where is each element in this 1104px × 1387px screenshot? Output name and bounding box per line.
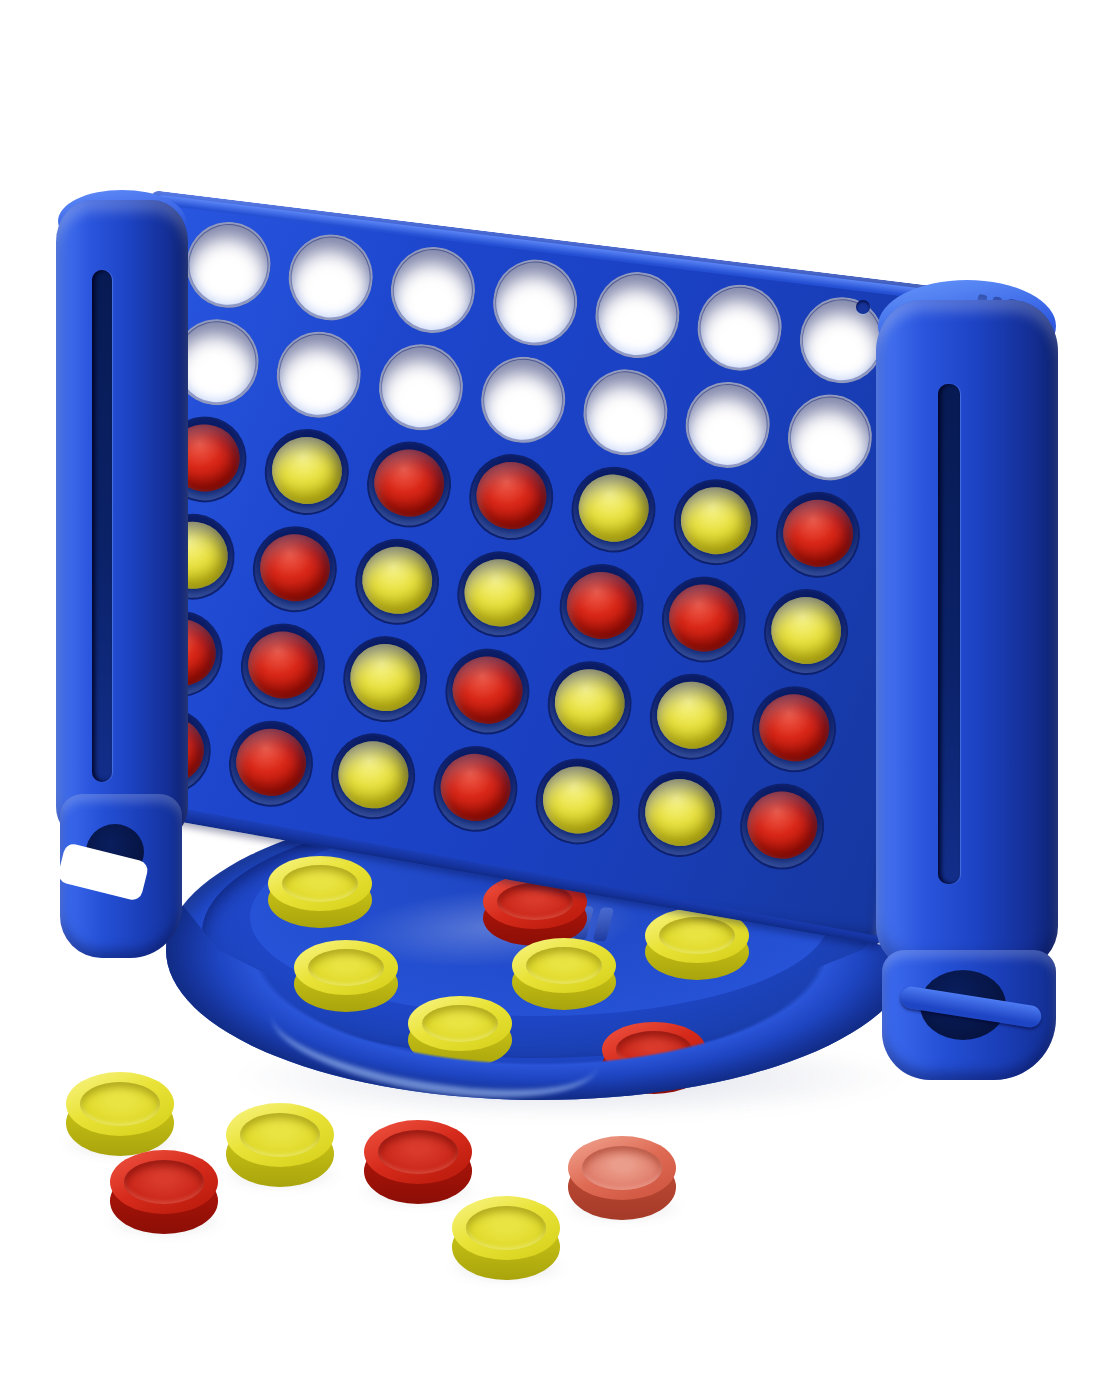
- empty-hole: [578, 364, 672, 460]
- yellow-disc-hole: [759, 584, 853, 680]
- yellow-disc: [268, 433, 346, 508]
- board-grid: [111, 210, 898, 881]
- cell-r5c7: [736, 674, 850, 784]
- yellow-disc: [268, 856, 372, 928]
- right-pillar-slot: [938, 384, 960, 884]
- empty-hole: [782, 390, 876, 486]
- empty-hole: [476, 352, 570, 448]
- cell-r5c4: [430, 637, 544, 747]
- empty-hole: [488, 255, 582, 351]
- cell-r1c4: [478, 248, 592, 358]
- red-disc: [256, 530, 334, 605]
- hole-ring: [274, 329, 363, 420]
- red-disc-hole: [440, 644, 534, 740]
- yellow-disc-in: [282, 865, 359, 902]
- cell-r2c4: [466, 345, 580, 455]
- yellow-disc-hole: [350, 534, 444, 630]
- cell-r6c2: [213, 709, 327, 819]
- yellow-disc-hole: [530, 754, 624, 850]
- cell-r3c7: [760, 480, 874, 590]
- yellow-disc-in: [240, 1113, 320, 1157]
- red-disc: [562, 568, 640, 643]
- empty-hole: [680, 377, 774, 473]
- red-disc: [436, 750, 514, 825]
- cell-r1c3: [375, 235, 489, 345]
- yellow-disc: [334, 737, 412, 812]
- red-disc-in: [378, 1130, 458, 1174]
- cell-r1c2: [273, 222, 387, 332]
- yellow-disc: [452, 1196, 560, 1280]
- cell-r6c3: [316, 721, 430, 831]
- red-disc: [448, 653, 526, 728]
- empty-hole: [385, 242, 479, 338]
- yellow-disc-in: [526, 947, 603, 984]
- red-disc: [370, 445, 448, 520]
- cell-r4c3: [339, 527, 453, 637]
- cell-r5c6: [634, 662, 748, 772]
- yellow-disc-hole: [566, 462, 660, 558]
- empty-hole: [374, 339, 468, 435]
- red-disc-hole: [428, 741, 522, 837]
- empty-hole: [271, 327, 365, 423]
- left-pillar-slot: [92, 270, 112, 782]
- empty-hole: [283, 230, 377, 326]
- cell-r6c7: [725, 772, 839, 882]
- yellow-disc: [358, 543, 436, 618]
- yellow-disc: [653, 678, 731, 753]
- scene: [0, 0, 1104, 1387]
- right-pillar: [876, 300, 1058, 968]
- red-disc: [364, 1120, 472, 1204]
- empty-hole: [590, 267, 684, 363]
- empty-hole: [794, 292, 888, 388]
- yellow-disc-in: [466, 1206, 546, 1250]
- hole-ring: [785, 392, 874, 483]
- red-disc-in: [124, 1160, 204, 1204]
- yellow-disc-hole: [259, 424, 353, 520]
- cell-r3c2: [249, 417, 363, 527]
- cell-r4c7: [748, 577, 862, 687]
- yellow-disc: [767, 593, 845, 668]
- red-disc-hole: [656, 572, 750, 668]
- yellow-disc-in: [659, 917, 736, 954]
- yellow-disc: [460, 555, 538, 630]
- cell-r4c2: [237, 514, 351, 624]
- cell-r5c5: [532, 649, 646, 759]
- hole-ring: [580, 367, 669, 458]
- cell-r4c5: [544, 552, 658, 662]
- empty-hole: [181, 217, 275, 313]
- yellow-disc-hole: [542, 656, 636, 752]
- red-disc-hole: [771, 487, 865, 583]
- hole-ring: [797, 295, 886, 386]
- red-disc: [665, 580, 743, 655]
- cell-r5c3: [328, 624, 442, 734]
- red-disc-hole: [747, 681, 841, 777]
- yellow-disc-hole: [452, 546, 546, 642]
- hole-ring: [592, 269, 681, 360]
- right-pillar-foot: [882, 950, 1056, 1080]
- cell-r3c5: [556, 455, 670, 565]
- red-disc-hole: [554, 559, 648, 655]
- red-disc-hole: [362, 437, 456, 533]
- yellow-disc: [539, 762, 617, 837]
- yellow-disc-in: [308, 949, 385, 986]
- cell-r2c5: [568, 357, 682, 467]
- hole-ring: [285, 232, 374, 323]
- yellow-disc-hole: [326, 728, 420, 824]
- hinge-pin-right: [856, 300, 870, 314]
- hole-ring: [388, 244, 477, 335]
- red-disc: [232, 725, 310, 800]
- yellow-disc-hole: [668, 474, 762, 570]
- hole-ring: [694, 282, 783, 373]
- cell-r5c2: [225, 612, 339, 722]
- cell-r6c4: [418, 734, 532, 844]
- cell-r3c3: [351, 430, 465, 540]
- yellow-disc: [512, 938, 616, 1010]
- yellow-disc: [574, 471, 652, 546]
- cell-r1c6: [682, 273, 796, 383]
- yellow-disc: [550, 665, 628, 740]
- cell-r2c3: [363, 332, 477, 442]
- red-disc-hole: [247, 521, 341, 617]
- red-disc: [110, 1150, 218, 1234]
- yellow-disc: [346, 640, 424, 715]
- yellow-disc-in: [80, 1082, 160, 1126]
- hole-ring: [490, 257, 579, 348]
- red-disc: [244, 627, 322, 702]
- salmon-disc: [568, 1136, 676, 1220]
- yellow-disc-hole: [644, 669, 738, 765]
- cell-r2c7: [772, 382, 886, 492]
- yellow-disc: [641, 775, 719, 850]
- yellow-disc: [677, 483, 755, 558]
- cell-r2c2: [261, 320, 375, 430]
- left-pillar: [56, 200, 188, 840]
- cell-r6c6: [622, 759, 736, 869]
- empty-hole: [692, 280, 786, 376]
- cell-r3c4: [454, 442, 568, 552]
- yellow-disc: [66, 1072, 174, 1156]
- yellow-disc-hole: [338, 631, 432, 727]
- cell-r4c4: [442, 539, 556, 649]
- red-disc-hole: [224, 716, 318, 812]
- yellow-disc-hole: [632, 766, 726, 862]
- hole-ring: [478, 354, 567, 445]
- red-disc-hole: [235, 619, 329, 715]
- hole-ring: [376, 342, 465, 433]
- cell-r3c6: [658, 467, 772, 577]
- yellow-disc: [226, 1103, 334, 1187]
- red-disc-hole: [735, 779, 829, 875]
- red-disc: [743, 787, 821, 862]
- salmon-disc-in: [582, 1146, 662, 1190]
- hole-ring: [682, 379, 771, 470]
- cell-r1c5: [580, 260, 694, 370]
- hole-ring: [183, 219, 272, 310]
- red-disc: [472, 458, 550, 533]
- cell-r2c6: [670, 370, 784, 480]
- red-disc: [755, 690, 833, 765]
- red-disc: [779, 496, 857, 571]
- cell-r6c5: [520, 746, 634, 856]
- cell-r4c6: [646, 564, 760, 674]
- red-disc-hole: [464, 449, 558, 545]
